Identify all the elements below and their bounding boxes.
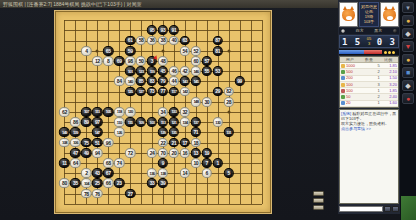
board-point[interactable]: 28 (223, 97, 234, 107)
board-point[interactable] (158, 97, 169, 107)
board-point[interactable]: 148 (190, 97, 201, 107)
board-point[interactable] (245, 107, 256, 117)
board-point[interactable]: 42 (179, 66, 190, 76)
board-point[interactable] (81, 76, 92, 86)
board-point[interactable] (103, 189, 114, 199)
board-point[interactable] (114, 148, 125, 158)
board-point[interactable]: 142 (179, 86, 190, 96)
board-point[interactable] (234, 117, 245, 127)
board-point[interactable] (114, 25, 125, 35)
board-point[interactable]: 133 (168, 107, 179, 117)
board-point[interactable] (136, 178, 147, 188)
board-point[interactable] (59, 56, 70, 66)
black-player-avatar[interactable] (380, 2, 399, 27)
board-point[interactable] (179, 199, 190, 209)
board-point[interactable]: 108 (59, 138, 70, 148)
board-point[interactable] (256, 97, 267, 107)
board-point[interactable] (59, 35, 70, 45)
board-point[interactable] (136, 25, 147, 35)
chat-send-button[interactable] (384, 206, 391, 212)
board-point[interactable] (59, 168, 70, 178)
board-point[interactable] (70, 189, 81, 199)
board-point[interactable]: 53 (212, 66, 223, 76)
board-point[interactable] (256, 158, 267, 168)
board-point[interactable] (147, 189, 158, 199)
board-point[interactable] (125, 138, 136, 148)
board-point[interactable] (190, 86, 201, 96)
board-point[interactable] (212, 107, 223, 117)
board-point[interactable] (223, 46, 234, 56)
chat-icon[interactable]: ● (402, 93, 414, 104)
board-point[interactable]: 71 (190, 127, 201, 137)
board-point[interactable]: 2 (81, 168, 92, 178)
board-point[interactable]: 96 (103, 138, 114, 148)
board-point[interactable]: 36 (147, 35, 158, 45)
board-point[interactable] (223, 189, 234, 199)
board-point[interactable]: 68 (103, 158, 114, 168)
board-point[interactable]: 134 (179, 117, 190, 127)
board-point[interactable]: 135 (168, 127, 179, 137)
board-point[interactable] (212, 127, 223, 137)
board-point[interactable] (245, 76, 256, 86)
board-point[interactable]: 11 (59, 158, 70, 168)
board-point[interactable] (245, 148, 256, 158)
board-point[interactable]: 82 (223, 86, 234, 96)
trophy-icon[interactable]: ● (402, 15, 414, 26)
board-point[interactable]: 65 (103, 46, 114, 56)
board-point[interactable] (245, 97, 256, 107)
board-point[interactable]: 83 (147, 76, 158, 86)
board-point[interactable] (168, 199, 179, 209)
board-point[interactable] (125, 199, 136, 209)
board-point[interactable]: 89 (81, 117, 92, 127)
board-point[interactable]: 33 (147, 178, 158, 188)
board-point[interactable] (234, 168, 245, 178)
board-point[interactable] (147, 107, 158, 117)
board-point[interactable] (114, 189, 125, 199)
board-point[interactable] (245, 15, 256, 25)
board-point[interactable] (125, 15, 136, 25)
medal-icon[interactable]: ● (402, 54, 414, 65)
board-point[interactable]: 16 (179, 148, 190, 158)
board-point[interactable] (256, 199, 267, 209)
collapse-icon[interactable]: ▾ (402, 2, 414, 13)
chat-link-text[interactable]: 点击参与竞猜 >> (341, 126, 371, 131)
board-point[interactable]: 149 (59, 127, 70, 137)
board-point[interactable]: 22 (158, 138, 169, 148)
board-point[interactable] (92, 158, 103, 168)
board-point[interactable] (256, 25, 267, 35)
board-point[interactable] (103, 148, 114, 158)
board-point[interactable] (70, 46, 81, 56)
board-point[interactable] (201, 76, 212, 86)
board-point[interactable]: 94 (92, 148, 103, 158)
board-point[interactable] (70, 199, 81, 209)
board-point[interactable]: 20 (168, 148, 179, 158)
board-point[interactable] (190, 25, 201, 35)
board-point[interactable]: 78 (81, 189, 92, 199)
board-point[interactable] (212, 168, 223, 178)
board-point[interactable]: 95 (147, 25, 158, 35)
board-point[interactable] (168, 158, 179, 168)
bet-table-row[interactable]: 2011.60 (340, 101, 398, 107)
board-point[interactable] (168, 46, 179, 56)
board-point[interactable] (81, 86, 92, 96)
white-player-avatar[interactable] (339, 2, 358, 27)
board-point[interactable]: 118 (114, 107, 125, 117)
board-point[interactable] (114, 199, 125, 209)
board-point[interactable] (103, 35, 114, 45)
board-point[interactable] (245, 199, 256, 209)
board-point[interactable] (245, 189, 256, 199)
board-point[interactable]: 75 (81, 138, 92, 148)
board-point[interactable] (92, 25, 103, 35)
board-point[interactable] (158, 46, 169, 56)
board-tool-button-1[interactable] (313, 191, 324, 196)
board-point[interactable] (234, 148, 245, 158)
board-point[interactable] (256, 148, 267, 158)
board-point[interactable] (103, 199, 114, 209)
board-point[interactable]: 34 (158, 107, 169, 117)
board-point[interactable] (245, 158, 256, 168)
board-tool-button-3[interactable] (313, 205, 324, 210)
board-point[interactable] (92, 66, 103, 76)
board-point[interactable] (256, 178, 267, 188)
board-point[interactable] (81, 56, 92, 66)
board-point[interactable]: 80 (59, 178, 70, 188)
board-point[interactable] (234, 46, 245, 56)
board-point[interactable] (168, 56, 179, 66)
board-point[interactable] (201, 117, 212, 127)
board-point[interactable]: 48 (158, 56, 169, 66)
board-point[interactable] (234, 56, 245, 66)
board-point[interactable]: 136 (147, 168, 158, 178)
board-point[interactable]: 107 (81, 107, 92, 117)
board-point[interactable] (179, 97, 190, 107)
board-point[interactable] (245, 127, 256, 137)
board-point[interactable] (125, 25, 136, 35)
board-point[interactable] (114, 138, 125, 148)
board-point[interactable] (190, 199, 201, 209)
board-point[interactable] (125, 168, 136, 178)
board-point[interactable]: 123 (136, 66, 147, 76)
board-point[interactable] (212, 178, 223, 188)
board-point[interactable]: 5 (223, 168, 234, 178)
board-point[interactable]: 55 (201, 66, 212, 76)
board-point[interactable] (125, 97, 136, 107)
board-point[interactable]: 35 (70, 178, 81, 188)
board-point[interactable] (158, 199, 169, 209)
board-point[interactable] (212, 189, 223, 199)
board-point[interactable] (212, 199, 223, 209)
board-point[interactable] (59, 76, 70, 86)
board-point[interactable] (136, 189, 147, 199)
board-point[interactable]: 121 (168, 117, 179, 127)
board-point[interactable]: 19 (201, 148, 212, 158)
board-point[interactable] (190, 189, 201, 199)
board-point[interactable] (223, 107, 234, 117)
board-point[interactable]: 137 (190, 117, 201, 127)
board-point[interactable] (223, 15, 234, 25)
board-point[interactable] (136, 107, 147, 117)
board-point[interactable]: 23 (114, 178, 125, 188)
board-point[interactable]: 58 (136, 35, 147, 45)
board-point[interactable]: 146 (190, 66, 201, 76)
board-point[interactable]: 119 (147, 66, 158, 76)
board-point[interactable] (245, 35, 256, 45)
board-point[interactable] (125, 158, 136, 168)
board-point[interactable] (59, 189, 70, 199)
board-point[interactable] (136, 138, 147, 148)
board-point[interactable] (234, 199, 245, 209)
board-point[interactable] (223, 56, 234, 66)
board-point[interactable] (81, 25, 92, 35)
board-point[interactable]: 14 (179, 168, 190, 178)
board-point[interactable] (59, 86, 70, 96)
board-point[interactable] (179, 178, 190, 188)
board-point[interactable] (234, 35, 245, 45)
board-point[interactable] (234, 178, 245, 188)
board-point[interactable] (256, 107, 267, 117)
board-point[interactable]: 87 (212, 35, 223, 45)
board-point[interactable] (256, 56, 267, 66)
board-point[interactable] (92, 35, 103, 45)
board-point[interactable]: 64 (70, 158, 81, 168)
go-board[interactable]: 9593916158363840638746559545281128699850… (55, 11, 271, 213)
board-point[interactable] (136, 127, 147, 137)
board-point[interactable]: 97 (92, 117, 103, 127)
board-point[interactable] (59, 97, 70, 107)
board-point[interactable] (59, 66, 70, 76)
board-point[interactable]: 145 (190, 76, 201, 86)
board-point[interactable] (70, 25, 81, 35)
board-point[interactable] (179, 25, 190, 35)
board-point[interactable]: 52 (190, 46, 201, 56)
board-point[interactable] (179, 158, 190, 168)
board-point[interactable]: 1 (212, 158, 223, 168)
board-point[interactable] (92, 15, 103, 25)
board-point[interactable] (103, 117, 114, 127)
board-point[interactable]: 117 (168, 86, 179, 96)
board-point[interactable]: 77 (158, 86, 169, 96)
board-point[interactable] (201, 107, 212, 117)
board-point[interactable] (81, 199, 92, 209)
board-point[interactable]: 86 (70, 117, 81, 127)
board-point[interactable] (114, 168, 125, 178)
board-point[interactable]: 76 (92, 189, 103, 199)
board-point[interactable] (136, 97, 147, 107)
board-point[interactable] (201, 199, 212, 209)
board-point[interactable] (81, 158, 92, 168)
spectator-bet-table[interactable]: 用户数量比例 100051.8550022.1020011.5010033.20… (339, 56, 399, 108)
board-point[interactable] (234, 97, 245, 107)
board-point[interactable] (223, 148, 234, 158)
board-point[interactable]: 147 (92, 127, 103, 137)
board-point[interactable] (234, 107, 245, 117)
board-point[interactable] (245, 138, 256, 148)
board-point[interactable] (201, 127, 212, 137)
board-point[interactable] (103, 127, 114, 137)
board-point[interactable] (245, 25, 256, 35)
board-point[interactable] (223, 117, 234, 127)
board-point[interactable] (223, 138, 234, 148)
board-point[interactable] (256, 86, 267, 96)
board-point[interactable]: 61 (125, 35, 136, 45)
board-point[interactable] (212, 76, 223, 86)
board-point[interactable]: 73 (147, 86, 158, 96)
board-point[interactable] (256, 46, 267, 56)
board-point[interactable] (70, 97, 81, 107)
board-point[interactable]: 126 (114, 127, 125, 137)
board-point[interactable] (201, 15, 212, 25)
board-point[interactable] (234, 25, 245, 35)
board-point[interactable]: 39 (158, 178, 169, 188)
board-point[interactable]: 59 (125, 46, 136, 56)
board-point[interactable] (245, 178, 256, 188)
board-point[interactable] (168, 15, 179, 25)
board-point[interactable] (234, 66, 245, 76)
board-point[interactable] (245, 66, 256, 76)
board-point[interactable]: 49 (81, 148, 92, 158)
board-point[interactable] (179, 189, 190, 199)
board-point[interactable]: 51 (92, 138, 103, 148)
board-point[interactable] (103, 25, 114, 35)
board-point[interactable] (223, 35, 234, 45)
board-point[interactable] (136, 15, 147, 25)
board-point[interactable]: 67 (103, 168, 114, 178)
board-point[interactable]: 120 (125, 107, 136, 117)
board-point[interactable] (81, 35, 92, 45)
board-point[interactable]: 29 (212, 86, 223, 96)
board-point[interactable] (59, 46, 70, 56)
board-point[interactable] (234, 189, 245, 199)
board-point[interactable]: 57 (201, 56, 212, 66)
board-point[interactable] (201, 46, 212, 56)
board-point[interactable] (212, 56, 223, 66)
board-point[interactable] (70, 86, 81, 96)
board-point[interactable] (245, 46, 256, 56)
board-point[interactable]: 109 (136, 117, 147, 127)
board-point[interactable]: 70 (158, 148, 169, 158)
board-point[interactable] (147, 127, 158, 137)
board-point[interactable] (256, 168, 267, 178)
board-point[interactable]: 13 (190, 148, 201, 158)
board-point[interactable]: 72 (125, 148, 136, 158)
board-point[interactable]: 7 (201, 158, 212, 168)
board-point[interactable] (245, 86, 256, 96)
board-point[interactable]: 25 (92, 178, 103, 188)
board-point[interactable] (201, 86, 212, 96)
board-point[interactable] (92, 199, 103, 209)
board-point[interactable]: 74 (114, 158, 125, 168)
board-point[interactable] (245, 168, 256, 178)
board-point[interactable]: 127 (136, 86, 147, 96)
board-point[interactable]: 85 (136, 76, 147, 86)
board-point[interactable] (114, 86, 125, 96)
board-point[interactable] (234, 127, 245, 137)
board-point[interactable] (256, 66, 267, 76)
board-point[interactable] (234, 138, 245, 148)
board-point[interactable] (168, 168, 179, 178)
board-point[interactable]: 139 (70, 127, 81, 137)
board-point[interactable]: 130 (212, 117, 223, 127)
board-point[interactable]: 40 (168, 35, 179, 45)
board-point[interactable]: 113 (158, 117, 169, 127)
board-point[interactable] (190, 15, 201, 25)
gift-icon[interactable]: ■ (402, 67, 414, 78)
board-point[interactable] (59, 25, 70, 35)
board-point[interactable]: 93 (158, 25, 169, 35)
board-point[interactable]: 111 (92, 107, 103, 117)
board-point[interactable] (114, 15, 125, 25)
cup-icon[interactable]: ◆ (402, 28, 414, 39)
board-point[interactable] (136, 148, 147, 158)
board-point[interactable] (256, 35, 267, 45)
board-point[interactable] (59, 199, 70, 209)
board-point[interactable]: 6 (201, 168, 212, 178)
board-point[interactable]: 3 (147, 56, 158, 66)
board-point[interactable]: 106 (70, 138, 81, 148)
board-point[interactable]: 103 (147, 117, 158, 127)
board-point[interactable]: 84 (114, 76, 125, 86)
board-point[interactable] (212, 148, 223, 158)
chat-area[interactable]: [系统] 精彩对局正在进行中，黑已下103手。双方实力接近，胜负难料。点击参与竞… (339, 109, 399, 204)
board-point[interactable] (212, 138, 223, 148)
board-point[interactable] (245, 56, 256, 66)
board-point[interactable] (223, 178, 234, 188)
board-point[interactable] (256, 189, 267, 199)
board-point[interactable] (212, 25, 223, 35)
board-point[interactable]: 98 (125, 56, 136, 66)
board-point[interactable] (190, 178, 201, 188)
board-point[interactable] (212, 97, 223, 107)
board-point[interactable] (201, 35, 212, 45)
board-point[interactable]: 110 (114, 117, 125, 127)
board-point[interactable] (223, 199, 234, 209)
board-point[interactable] (81, 66, 92, 76)
board-point[interactable] (114, 66, 125, 76)
board-point[interactable] (201, 138, 212, 148)
board-point[interactable]: 24 (147, 148, 158, 158)
board-point[interactable]: 115 (125, 117, 136, 127)
board-point[interactable] (136, 168, 147, 178)
board-point[interactable] (212, 15, 223, 25)
board-point[interactable] (168, 189, 179, 199)
board-point[interactable] (245, 117, 256, 127)
board-point[interactable] (147, 15, 158, 25)
board-point[interactable]: 129 (158, 127, 169, 137)
board-point[interactable]: 9 (158, 158, 169, 168)
board-point[interactable] (59, 117, 70, 127)
board-point[interactable] (256, 138, 267, 148)
board-point[interactable] (136, 199, 147, 209)
board-point[interactable] (201, 25, 212, 35)
board-point[interactable] (125, 127, 136, 137)
board-point[interactable] (70, 168, 81, 178)
board-point[interactable] (147, 158, 158, 168)
board-point[interactable]: 69 (114, 56, 125, 66)
board-point[interactable]: 79 (158, 76, 169, 86)
board-point[interactable]: 99 (234, 76, 245, 86)
star-icon[interactable]: ◆ (402, 80, 414, 91)
board-point[interactable] (114, 35, 125, 45)
board-point[interactable] (114, 97, 125, 107)
board-point[interactable] (103, 97, 114, 107)
board-point[interactable]: 17 (179, 138, 190, 148)
chat-input[interactable] (339, 206, 383, 212)
board-tool-button-2[interactable] (313, 198, 324, 203)
board-point[interactable] (70, 15, 81, 25)
